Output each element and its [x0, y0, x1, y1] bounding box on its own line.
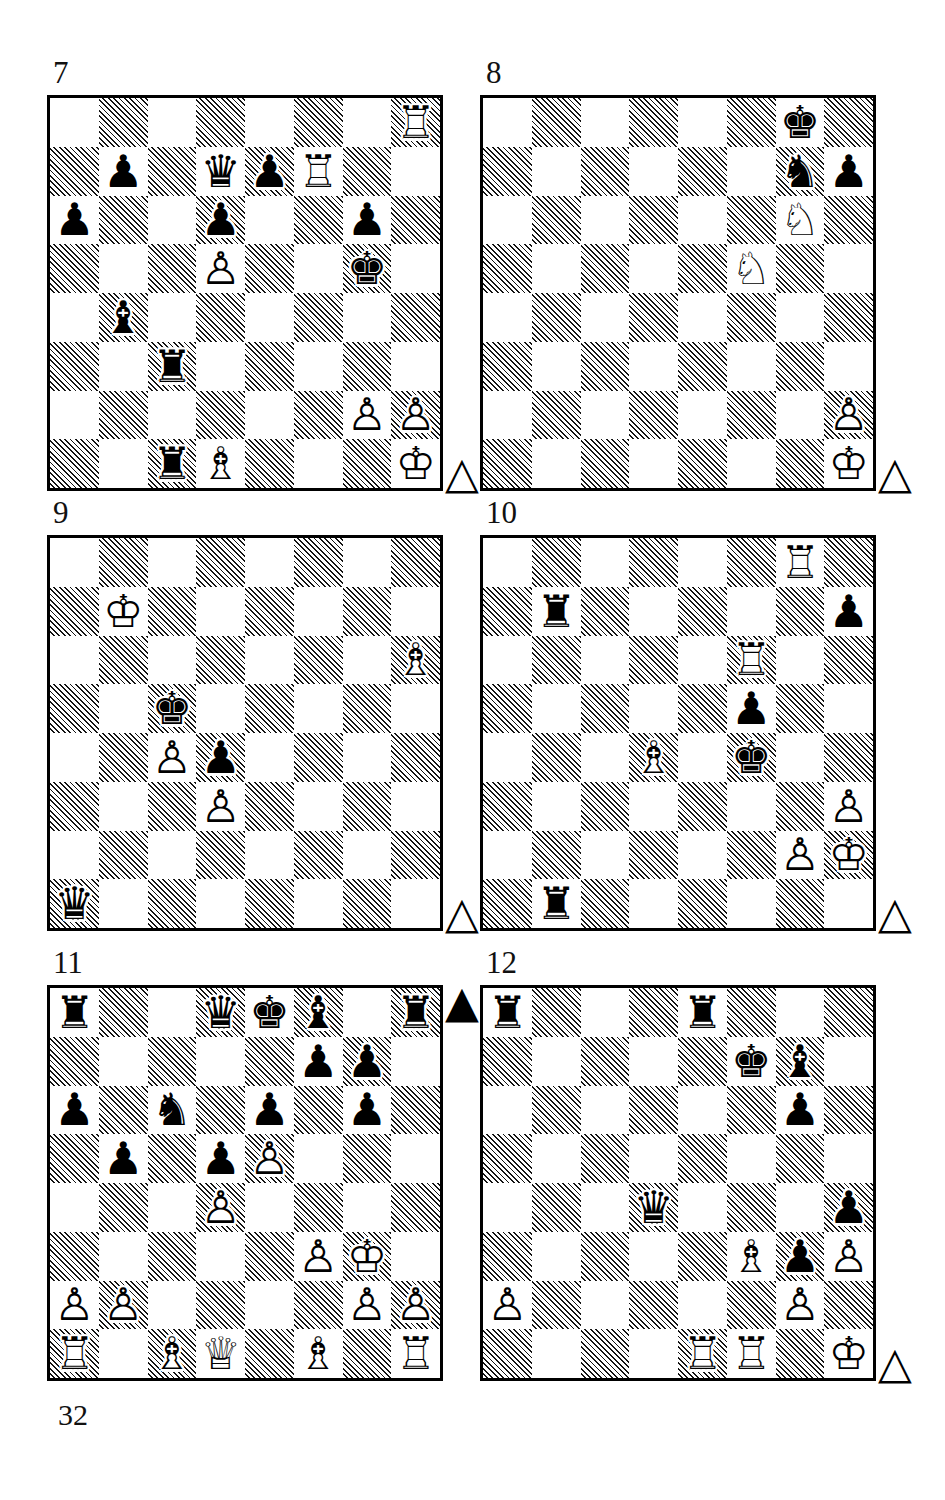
piece-glyph: ♛	[54, 881, 94, 926]
square-a5	[50, 684, 99, 733]
square-g8	[343, 988, 392, 1037]
square-a7	[50, 587, 99, 636]
square-c3	[148, 1232, 197, 1281]
piece-glyph: ♟	[249, 1087, 289, 1132]
white-king-piece: ♚♔	[824, 1329, 873, 1378]
square-c4	[581, 733, 630, 782]
black-rook-piece: ♜♜	[483, 988, 532, 1037]
square-h8	[391, 538, 440, 587]
piece-glyph: ♟	[298, 1039, 338, 1084]
square-f6	[294, 636, 343, 685]
square-g7	[776, 587, 825, 636]
piece-glyph: ♔	[828, 1331, 868, 1376]
square-c3	[581, 782, 630, 831]
square-e2	[678, 391, 727, 440]
piece-glyph: ♟	[200, 197, 240, 242]
square-f6	[294, 196, 343, 245]
black-pawn-piece: ♟♟	[99, 1134, 148, 1183]
piece-glyph: ♛	[200, 990, 240, 1035]
square-e8: ♜♜	[678, 988, 727, 1037]
white-pawn-piece: ♟♙	[391, 391, 440, 440]
square-b3	[99, 342, 148, 391]
square-h1: ♜♖	[391, 1329, 440, 1378]
white-pawn-piece: ♟♙	[343, 1281, 392, 1330]
piece-glyph: ♖	[682, 1331, 722, 1376]
square-h6	[824, 1086, 873, 1135]
diagram-12: 12♜♜♜♜♚♚♝♝♟♟♛♛♟♟♝♗♟♟♟♙♟♙♟♙♜♖♜♖♚♔△	[480, 945, 876, 1381]
diagram-number: 9	[47, 495, 443, 531]
square-d4: ♛♛	[629, 1183, 678, 1232]
square-d1	[629, 439, 678, 488]
square-d1: ♝♗	[196, 439, 245, 488]
piece-glyph: ♟	[731, 686, 771, 731]
square-g8: ♚♚	[776, 98, 825, 147]
square-a2	[50, 391, 99, 440]
piece-glyph: ♟	[780, 1087, 820, 1132]
white-king-piece: ♚♔	[99, 587, 148, 636]
square-c8	[581, 538, 630, 587]
square-c3	[581, 1232, 630, 1281]
square-a5	[483, 244, 532, 293]
square-a8	[50, 538, 99, 587]
white-rook-piece: ♜♖	[294, 147, 343, 196]
white-bishop-piece: ♝♗	[629, 733, 678, 782]
square-a3	[50, 342, 99, 391]
piece-glyph: ♜	[536, 589, 576, 634]
square-e5	[245, 684, 294, 733]
square-a4	[483, 293, 532, 342]
board-wrap: ♜♜♜♜♚♚♝♝♟♟♛♛♟♟♝♗♟♟♟♙♟♙♟♙♜♖♜♖♚♔△	[480, 985, 876, 1381]
square-c5	[148, 1134, 197, 1183]
black-king-piece: ♚♚	[343, 244, 392, 293]
square-f7	[727, 587, 776, 636]
square-g5	[343, 684, 392, 733]
black-pawn-piece: ♟♟	[776, 1232, 825, 1281]
square-e8: ♚♚	[245, 988, 294, 1037]
chess-board-11: ♜♜♛♛♚♚♝♝♜♜♟♟♟♟♟♟♞♞♟♟♟♟♟♟♟♟♟♙♟♙♟♙♚♔♟♙♟♙♟♙…	[47, 985, 443, 1381]
square-c2	[148, 831, 197, 880]
square-a4	[50, 733, 99, 782]
square-e1	[678, 439, 727, 488]
diagram-number: 8	[480, 55, 876, 91]
chess-board-7: ♜♖♟♟♛♛♟♟♜♖♟♟♟♟♟♟♟♙♚♚♝♝♜♜♟♙♟♙♜♜♝♗♚♔	[47, 95, 443, 491]
square-f7: ♟♟	[294, 1037, 343, 1086]
square-d7: ♛♛	[196, 147, 245, 196]
piece-glyph: ♔	[828, 441, 868, 486]
square-d6: ♟♟	[196, 196, 245, 245]
square-a5	[50, 244, 99, 293]
square-a6	[483, 1086, 532, 1135]
square-f2	[294, 831, 343, 880]
square-b7: ♚♔	[99, 587, 148, 636]
square-c1: ♜♜	[148, 439, 197, 488]
piece-glyph: ♔	[828, 832, 868, 877]
white-knight-piece: ♞♘	[727, 244, 776, 293]
square-h3	[824, 342, 873, 391]
square-g5: ♚♚	[343, 244, 392, 293]
square-b5	[532, 684, 581, 733]
white-pawn-piece: ♟♙	[196, 1183, 245, 1232]
square-b1	[532, 439, 581, 488]
square-a2	[483, 391, 532, 440]
black-bishop-piece: ♝♝	[99, 293, 148, 342]
square-d2	[629, 831, 678, 880]
square-h5	[391, 684, 440, 733]
square-b6	[532, 636, 581, 685]
square-g6: ♟♟	[776, 1086, 825, 1135]
square-d4: ♟♙	[196, 1183, 245, 1232]
square-c7	[148, 147, 197, 196]
square-h3	[391, 782, 440, 831]
square-h6	[824, 636, 873, 685]
piece-glyph: ♟	[828, 589, 868, 634]
white-to-move-marker: △	[878, 451, 912, 495]
square-g1	[343, 1329, 392, 1378]
square-c2	[148, 1281, 197, 1330]
square-d5	[629, 1134, 678, 1183]
white-pawn-piece: ♟♙	[99, 1281, 148, 1330]
white-bishop-piece: ♝♗	[294, 1329, 343, 1378]
square-h5	[824, 684, 873, 733]
square-g2	[343, 831, 392, 880]
square-d7	[196, 587, 245, 636]
black-king-piece: ♚♚	[148, 684, 197, 733]
square-a3	[483, 342, 532, 391]
white-pawn-piece: ♟♙	[196, 782, 245, 831]
piece-glyph: ♕	[200, 1331, 240, 1376]
white-bishop-piece: ♝♗	[148, 1329, 197, 1378]
square-a1	[483, 879, 532, 928]
square-g2: ♟♙	[776, 1281, 825, 1330]
square-b1: ♜♜	[532, 879, 581, 928]
square-d7	[629, 1037, 678, 1086]
square-g3: ♚♔	[343, 1232, 392, 1281]
white-to-move-marker: △	[445, 451, 479, 495]
square-a4	[483, 1183, 532, 1232]
square-a2	[50, 831, 99, 880]
square-b5	[99, 684, 148, 733]
square-h2: ♚♔	[824, 831, 873, 880]
piece-glyph: ♚	[780, 100, 820, 145]
square-h7	[391, 147, 440, 196]
square-b2	[532, 391, 581, 440]
white-rook-piece: ♜♖	[727, 1329, 776, 1378]
square-e7	[678, 587, 727, 636]
square-g2: ♟♙	[343, 391, 392, 440]
square-f3	[294, 342, 343, 391]
white-to-move-marker: △	[878, 891, 912, 935]
piece-glyph: ♚	[731, 1039, 771, 1084]
square-b1	[99, 1329, 148, 1378]
diagram-8: 8♚♚♞♞♟♟♞♘♞♘♟♙♚♔△	[480, 55, 876, 491]
square-d8	[629, 988, 678, 1037]
chess-board-8: ♚♚♞♞♟♟♞♘♞♘♟♙♚♔	[480, 95, 876, 491]
piece-glyph: ♙	[200, 246, 240, 291]
square-h8	[824, 988, 873, 1037]
square-h7	[391, 1037, 440, 1086]
square-g6: ♟♟	[343, 196, 392, 245]
piece-glyph: ♙	[828, 392, 868, 437]
white-king-piece: ♚♔	[824, 831, 873, 880]
piece-glyph: ♚	[152, 686, 192, 731]
square-c6	[581, 636, 630, 685]
square-a2: ♟♙	[50, 1281, 99, 1330]
square-a8	[483, 98, 532, 147]
square-g2: ♟♙	[776, 831, 825, 880]
square-f5	[727, 1134, 776, 1183]
square-b5	[99, 244, 148, 293]
square-b7	[99, 1037, 148, 1086]
white-bishop-piece: ♝♗	[391, 636, 440, 685]
square-h3: ♟♙	[824, 782, 873, 831]
square-d1	[196, 879, 245, 928]
square-e1	[678, 879, 727, 928]
black-rook-piece: ♜♜	[148, 439, 197, 488]
square-b8	[532, 538, 581, 587]
square-c1	[581, 879, 630, 928]
white-pawn-piece: ♟♙	[343, 391, 392, 440]
square-d1	[629, 879, 678, 928]
square-e5	[678, 244, 727, 293]
square-b4	[99, 733, 148, 782]
square-g4	[776, 293, 825, 342]
square-e2	[245, 831, 294, 880]
square-c4: ♟♙	[148, 733, 197, 782]
square-h6	[824, 196, 873, 245]
square-c3	[148, 782, 197, 831]
square-b7	[532, 147, 581, 196]
square-b4	[99, 1183, 148, 1232]
white-king-piece: ♚♔	[391, 439, 440, 488]
black-pawn-piece: ♟♟	[824, 147, 873, 196]
white-king-piece: ♚♔	[343, 1232, 392, 1281]
piece-glyph: ♙	[103, 1282, 143, 1327]
square-b6	[99, 636, 148, 685]
square-h1: ♚♔	[824, 1329, 873, 1378]
white-to-move-marker: △	[878, 1341, 912, 1385]
square-h4	[391, 733, 440, 782]
square-h7	[391, 587, 440, 636]
diagram-11: 11♜♜♛♛♚♚♝♝♜♜♟♟♟♟♟♟♞♞♟♟♟♟♟♟♟♟♟♙♟♙♟♙♚♔♟♙♟♙…	[47, 945, 443, 1381]
piece-glyph: ♟	[347, 1039, 387, 1084]
square-e2	[678, 831, 727, 880]
square-a3	[483, 782, 532, 831]
black-rook-piece: ♜♜	[532, 587, 581, 636]
piece-glyph: ♜	[487, 990, 527, 1035]
square-b3	[99, 1232, 148, 1281]
square-h8	[824, 98, 873, 147]
square-a8: ♜♜	[50, 988, 99, 1037]
square-d2	[196, 1281, 245, 1330]
square-c6	[148, 636, 197, 685]
piece-glyph: ♟	[54, 197, 94, 242]
piece-glyph: ♙	[828, 784, 868, 829]
square-e5	[678, 1134, 727, 1183]
piece-glyph: ♜	[152, 344, 192, 389]
square-a5	[483, 1134, 532, 1183]
square-f2	[294, 391, 343, 440]
white-pawn-piece: ♟♙	[245, 1134, 294, 1183]
square-c8	[581, 98, 630, 147]
square-d6	[629, 636, 678, 685]
black-to-move-marker: ▲	[445, 980, 479, 1024]
piece-glyph: ♟	[249, 149, 289, 194]
square-h6	[391, 1086, 440, 1135]
square-g7	[343, 147, 392, 196]
square-d1	[629, 1329, 678, 1378]
square-e5: ♟♙	[245, 1134, 294, 1183]
piece-glyph: ♙	[200, 1185, 240, 1230]
square-b1	[532, 1329, 581, 1378]
square-f4	[727, 293, 776, 342]
square-b6	[99, 1086, 148, 1135]
board-wrap: ♚♔♝♗♚♚♟♙♟♟♟♙♛♛△	[47, 535, 443, 931]
square-h2	[824, 1281, 873, 1330]
square-e3	[678, 1232, 727, 1281]
black-pawn-piece: ♟♟	[99, 147, 148, 196]
square-e2	[245, 391, 294, 440]
piece-glyph: ♟	[828, 1185, 868, 1230]
white-rook-piece: ♜♖	[727, 636, 776, 685]
piece-glyph: ♞	[780, 149, 820, 194]
square-a1: ♛♛	[50, 879, 99, 928]
square-g7	[343, 587, 392, 636]
square-f3: ♟♙	[294, 1232, 343, 1281]
square-g8	[776, 988, 825, 1037]
square-h5	[824, 244, 873, 293]
square-c8	[581, 988, 630, 1037]
white-pawn-piece: ♟♙	[483, 1281, 532, 1330]
piece-glyph: ♗	[152, 1331, 192, 1376]
square-a4	[483, 733, 532, 782]
square-c5	[581, 244, 630, 293]
square-a6	[483, 196, 532, 245]
black-pawn-piece: ♟♟	[343, 1037, 392, 1086]
square-d2	[196, 391, 245, 440]
square-g6: ♟♟	[343, 1086, 392, 1135]
piece-glyph: ♙	[347, 1282, 387, 1327]
piece-glyph: ♚	[249, 990, 289, 1035]
board-wrap: ♜♖♟♟♛♛♟♟♜♖♟♟♟♟♟♟♟♙♚♚♝♝♜♜♟♙♟♙♜♜♝♗♚♔△	[47, 95, 443, 491]
square-a6	[483, 636, 532, 685]
square-f5	[294, 1134, 343, 1183]
square-e1	[245, 439, 294, 488]
square-b8	[99, 538, 148, 587]
square-g2: ♟♙	[343, 1281, 392, 1330]
square-c7	[581, 1037, 630, 1086]
white-pawn-piece: ♟♙	[776, 1281, 825, 1330]
square-f2	[727, 1281, 776, 1330]
square-h3	[391, 1232, 440, 1281]
square-f7	[727, 147, 776, 196]
square-h7	[824, 1037, 873, 1086]
square-f5	[294, 244, 343, 293]
piece-glyph: ♟	[780, 1234, 820, 1279]
square-f3	[727, 782, 776, 831]
square-f6	[727, 1086, 776, 1135]
square-e6	[678, 1086, 727, 1135]
black-pawn-piece: ♟♟	[245, 1086, 294, 1135]
square-e7	[678, 1037, 727, 1086]
square-d3: ♟♙	[196, 782, 245, 831]
square-e8	[245, 538, 294, 587]
piece-glyph: ♖	[780, 540, 820, 585]
square-h5	[391, 1134, 440, 1183]
square-h2: ♟♙	[391, 391, 440, 440]
square-e8	[678, 98, 727, 147]
square-f4: ♚♚	[727, 733, 776, 782]
black-rook-piece: ♜♜	[391, 988, 440, 1037]
square-e7	[245, 1037, 294, 1086]
square-f7	[294, 587, 343, 636]
square-h1: ♚♔	[824, 439, 873, 488]
black-king-piece: ♚♚	[245, 988, 294, 1037]
square-c6	[148, 196, 197, 245]
board-wrap: ♜♜♛♛♚♚♝♝♜♜♟♟♟♟♟♟♞♞♟♟♟♟♟♟♟♟♟♙♟♙♟♙♚♔♟♙♟♙♟♙…	[47, 985, 443, 1381]
square-e2	[245, 1281, 294, 1330]
square-g3	[343, 342, 392, 391]
square-b8	[532, 98, 581, 147]
square-g5	[776, 1134, 825, 1183]
black-queen-piece: ♛♛	[629, 1183, 678, 1232]
black-king-piece: ♚♚	[776, 98, 825, 147]
square-d4	[196, 293, 245, 342]
piece-glyph: ♙	[487, 1282, 527, 1327]
square-e4	[245, 1183, 294, 1232]
square-a4	[50, 293, 99, 342]
square-g4	[776, 733, 825, 782]
square-f6: ♜♖	[727, 636, 776, 685]
piece-glyph: ♙	[395, 1282, 435, 1327]
square-f1	[294, 879, 343, 928]
square-a7	[483, 147, 532, 196]
square-d6	[629, 1086, 678, 1135]
square-b1	[99, 439, 148, 488]
white-rook-piece: ♜♖	[678, 1329, 727, 1378]
square-g1	[776, 1329, 825, 1378]
square-f7: ♚♚	[727, 1037, 776, 1086]
square-c1	[148, 879, 197, 928]
square-b2	[99, 391, 148, 440]
black-pawn-piece: ♟♟	[824, 587, 873, 636]
square-f5: ♟♟	[727, 684, 776, 733]
square-a3	[483, 1232, 532, 1281]
square-b5	[532, 1134, 581, 1183]
black-rook-piece: ♜♜	[50, 988, 99, 1037]
square-h7: ♟♟	[824, 587, 873, 636]
piece-glyph: ♙	[200, 784, 240, 829]
square-f4	[294, 733, 343, 782]
square-d3	[196, 342, 245, 391]
square-f2	[727, 831, 776, 880]
square-e6	[245, 636, 294, 685]
white-pawn-piece: ♟♙	[148, 733, 197, 782]
black-pawn-piece: ♟♟	[245, 147, 294, 196]
square-f1	[727, 439, 776, 488]
square-b2	[532, 1281, 581, 1330]
square-g3	[776, 342, 825, 391]
square-e1: ♜♖	[678, 1329, 727, 1378]
square-g6	[776, 636, 825, 685]
square-g7: ♝♝	[776, 1037, 825, 1086]
square-d4	[629, 293, 678, 342]
square-e4	[245, 733, 294, 782]
white-to-move-marker: △	[445, 891, 479, 935]
square-f3	[727, 342, 776, 391]
piece-glyph: ♗	[298, 1331, 338, 1376]
square-d7	[629, 587, 678, 636]
square-b8	[99, 988, 148, 1037]
